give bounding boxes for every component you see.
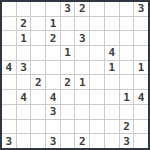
empty-cell-r9c8[interactable]: [105, 120, 119, 134]
empty-cell-r8c8[interactable]: [105, 105, 119, 119]
empty-cell-r4c9[interactable]: [120, 46, 134, 60]
clue-cell-r4c5: 1: [61, 46, 75, 60]
clue-cell-r5c8: 1: [105, 61, 119, 75]
empty-cell-r10c2[interactable]: [17, 134, 31, 148]
empty-cell-r5c7[interactable]: [90, 61, 104, 75]
empty-cell-r8c9[interactable]: [120, 105, 134, 119]
empty-cell-r5c3[interactable]: [31, 61, 45, 75]
empty-cell-r8c10[interactable]: [134, 105, 148, 119]
empty-cell-r1c3[interactable]: [31, 2, 45, 16]
empty-cell-r1c2[interactable]: [17, 2, 31, 16]
empty-cell-r9c6[interactable]: [75, 120, 89, 134]
empty-cell-r4c1[interactable]: [2, 46, 16, 60]
clue-cell-r9c9: 2: [120, 120, 134, 134]
empty-cell-r5c9[interactable]: [120, 61, 134, 75]
empty-cell-r8c7[interactable]: [90, 105, 104, 119]
clue-cell-r3c4: 2: [46, 31, 60, 45]
empty-cell-r3c3[interactable]: [31, 31, 45, 45]
empty-cell-r3c9[interactable]: [120, 31, 134, 45]
clue-cell-r5c10: 1: [134, 61, 148, 75]
clue-cell-r3c6: 3: [75, 31, 89, 45]
empty-cell-r2c3[interactable]: [31, 17, 45, 31]
empty-cell-r8c1[interactable]: [2, 105, 16, 119]
clue-cell-r7c4: 4: [46, 90, 60, 104]
empty-cell-r3c5[interactable]: [61, 31, 75, 45]
empty-cell-r2c1[interactable]: [2, 17, 16, 31]
clue-cell-r2c2: 2: [17, 17, 31, 31]
clue-cell-r8c4: 3: [46, 105, 60, 119]
empty-cell-r8c5[interactable]: [61, 105, 75, 119]
clue-cell-r3c2: 1: [17, 31, 31, 45]
empty-cell-r7c7[interactable]: [90, 90, 104, 104]
empty-cell-r6c4[interactable]: [46, 75, 60, 89]
empty-cell-r1c7[interactable]: [90, 2, 104, 16]
empty-cell-r3c7[interactable]: [90, 31, 104, 45]
clue-cell-r4c8: 4: [105, 46, 119, 60]
empty-cell-r1c1[interactable]: [2, 2, 16, 16]
clue-cell-r6c3: 2: [31, 75, 45, 89]
empty-cell-r2c8[interactable]: [105, 17, 119, 31]
clue-cell-r5c2: 3: [17, 61, 31, 75]
clue-cell-r6c5: 2: [61, 75, 75, 89]
clue-cell-r7c9: 1: [120, 90, 134, 104]
empty-cell-r7c5[interactable]: [61, 90, 75, 104]
empty-cell-r10c7[interactable]: [90, 134, 104, 148]
empty-cell-r2c5[interactable]: [61, 17, 75, 31]
clue-cell-r1c6: 2: [75, 2, 89, 16]
empty-cell-r9c10[interactable]: [134, 120, 148, 134]
empty-cell-r8c6[interactable]: [75, 105, 89, 119]
empty-cell-r6c2[interactable]: [17, 75, 31, 89]
empty-cell-r2c6[interactable]: [75, 17, 89, 31]
empty-cell-r7c6[interactable]: [75, 90, 89, 104]
empty-cell-r5c4[interactable]: [46, 61, 60, 75]
empty-cell-r5c6[interactable]: [75, 61, 89, 75]
clue-cell-r1c5: 3: [61, 2, 75, 16]
empty-cell-r9c1[interactable]: [2, 120, 16, 134]
empty-cell-r7c3[interactable]: [31, 90, 45, 104]
clue-cell-r1c10: 3: [134, 2, 148, 16]
empty-cell-r10c3[interactable]: [31, 134, 45, 148]
empty-cell-r5c5[interactable]: [61, 61, 75, 75]
empty-cell-r7c1[interactable]: [2, 90, 16, 104]
clue-cell-r10c4: 3: [46, 134, 60, 148]
empty-cell-r6c10[interactable]: [134, 75, 148, 89]
empty-cell-r4c2[interactable]: [17, 46, 31, 60]
empty-cell-r9c3[interactable]: [31, 120, 45, 134]
clue-cell-r7c2: 4: [17, 90, 31, 104]
empty-cell-r3c10[interactable]: [134, 31, 148, 45]
empty-cell-r9c2[interactable]: [17, 120, 31, 134]
puzzle-board: 323211231443112214414323323: [0, 0, 150, 150]
empty-cell-r2c7[interactable]: [90, 17, 104, 31]
empty-cell-r4c10[interactable]: [134, 46, 148, 60]
clue-cell-r7c10: 4: [134, 90, 148, 104]
clue-cell-r5c1: 4: [2, 61, 16, 75]
empty-cell-r1c4[interactable]: [46, 2, 60, 16]
clue-cell-r10c9: 3: [120, 134, 134, 148]
empty-cell-r9c4[interactable]: [46, 120, 60, 134]
empty-cell-r3c1[interactable]: [2, 31, 16, 45]
empty-cell-r10c8[interactable]: [105, 134, 119, 148]
empty-cell-r9c5[interactable]: [61, 120, 75, 134]
empty-cell-r1c8[interactable]: [105, 2, 119, 16]
empty-cell-r6c8[interactable]: [105, 75, 119, 89]
empty-cell-r8c3[interactable]: [31, 105, 45, 119]
empty-cell-r1c9[interactable]: [120, 2, 134, 16]
clue-cell-r10c1: 3: [2, 134, 16, 148]
empty-cell-r6c9[interactable]: [120, 75, 134, 89]
empty-cell-r8c2[interactable]: [17, 105, 31, 119]
empty-cell-r10c10[interactable]: [134, 134, 148, 148]
empty-cell-r6c1[interactable]: [2, 75, 16, 89]
clue-cell-r10c6: 2: [75, 134, 89, 148]
empty-cell-r2c9[interactable]: [120, 17, 134, 31]
empty-cell-r4c7[interactable]: [90, 46, 104, 60]
empty-cell-r4c3[interactable]: [31, 46, 45, 60]
clue-cell-r6c6: 1: [75, 75, 89, 89]
empty-cell-r3c8[interactable]: [105, 31, 119, 45]
empty-cell-r2c10[interactable]: [134, 17, 148, 31]
clue-cell-r2c4: 1: [46, 17, 60, 31]
empty-cell-r7c8[interactable]: [105, 90, 119, 104]
empty-cell-r10c5[interactable]: [61, 134, 75, 148]
empty-cell-r4c6[interactable]: [75, 46, 89, 60]
empty-cell-r9c7[interactable]: [90, 120, 104, 134]
empty-cell-r6c7[interactable]: [90, 75, 104, 89]
empty-cell-r4c4[interactable]: [46, 46, 60, 60]
